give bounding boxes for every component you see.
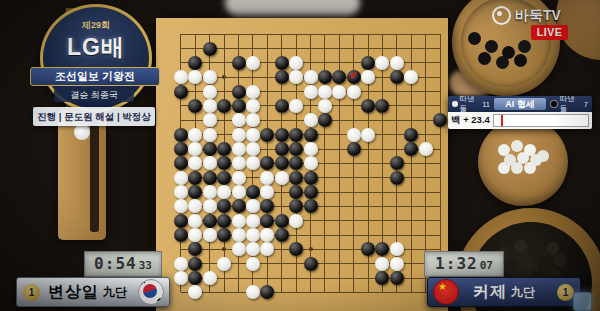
intersection xyxy=(260,41,274,55)
intersection xyxy=(275,199,289,213)
intersection xyxy=(174,41,188,55)
intersection xyxy=(346,142,360,156)
intersection xyxy=(275,99,289,113)
intersection xyxy=(275,185,289,199)
intersection xyxy=(418,41,432,55)
intersection xyxy=(318,27,332,41)
intersection xyxy=(174,113,188,127)
black-stone xyxy=(188,271,202,285)
intersection xyxy=(346,113,360,127)
intersection xyxy=(418,70,432,84)
black-stone xyxy=(217,99,231,113)
intersection xyxy=(418,27,432,41)
intersection xyxy=(275,84,289,98)
intersection xyxy=(375,171,389,185)
intersection xyxy=(188,228,202,242)
intersection xyxy=(260,271,274,285)
intersection xyxy=(246,271,260,285)
intersection xyxy=(303,214,317,228)
white-stone xyxy=(246,99,260,113)
intersection xyxy=(433,84,447,98)
intersection xyxy=(361,70,375,84)
intersection xyxy=(246,70,260,84)
white-stone xyxy=(174,70,188,84)
intersection xyxy=(203,84,217,98)
intersection xyxy=(318,156,332,170)
intersection xyxy=(361,113,375,127)
intersection xyxy=(318,70,332,84)
intersection xyxy=(217,257,231,271)
intersection xyxy=(217,128,231,142)
intersection xyxy=(375,199,389,213)
white-stone xyxy=(203,70,217,84)
intersection xyxy=(289,228,303,242)
white-stone xyxy=(289,99,303,113)
black-stone xyxy=(304,171,318,185)
white-stone xyxy=(304,142,318,156)
intersection xyxy=(260,156,274,170)
black-stone xyxy=(232,85,246,99)
black-stone xyxy=(404,142,418,156)
intersection xyxy=(332,228,346,242)
black-stone xyxy=(188,56,202,70)
intersection xyxy=(332,70,346,84)
black-stone xyxy=(375,99,389,113)
intersection xyxy=(346,242,360,256)
white-stone xyxy=(232,128,246,142)
intersection xyxy=(260,142,274,156)
intersection xyxy=(390,142,404,156)
intersection xyxy=(289,285,303,299)
white-stone xyxy=(246,113,260,127)
intersection xyxy=(246,56,260,70)
intersection xyxy=(332,41,346,55)
intersection xyxy=(217,228,231,242)
intersection xyxy=(433,128,447,142)
intersection xyxy=(404,113,418,127)
left-player-badge: 1 xyxy=(23,284,40,301)
intersection xyxy=(303,70,317,84)
black-stone xyxy=(203,171,217,185)
intersection xyxy=(275,214,289,228)
white-stone xyxy=(174,271,188,285)
white-stone xyxy=(246,142,260,156)
intersection xyxy=(332,171,346,185)
white-stone xyxy=(361,70,375,84)
intersection xyxy=(332,242,346,256)
intersection xyxy=(404,285,418,299)
white-stone xyxy=(246,156,260,170)
intersection xyxy=(289,99,303,113)
white-stone xyxy=(260,228,274,242)
black-stone xyxy=(304,185,318,199)
white-stone xyxy=(289,70,303,84)
intersection xyxy=(303,257,317,271)
intersection xyxy=(260,285,274,299)
white-stone xyxy=(246,242,260,256)
white-stone xyxy=(203,156,217,170)
intersection xyxy=(390,56,404,70)
winrate-bar xyxy=(493,114,589,127)
intersection xyxy=(361,99,375,113)
black-stone xyxy=(188,185,202,199)
intersection xyxy=(361,185,375,199)
black-stone xyxy=(260,128,274,142)
intersection xyxy=(289,257,303,271)
intersection xyxy=(390,228,404,242)
intersection xyxy=(260,56,274,70)
intersection xyxy=(289,242,303,256)
intersection xyxy=(188,56,202,70)
intersection xyxy=(375,113,389,127)
white-stone xyxy=(260,242,274,256)
black-stone xyxy=(260,214,274,228)
intersection xyxy=(188,99,202,113)
intersection xyxy=(433,214,447,228)
right-player-bar: 커제 九단 1 xyxy=(427,277,581,307)
intersection xyxy=(188,185,202,199)
white-stone xyxy=(203,199,217,213)
black-stone xyxy=(332,70,346,84)
intersection xyxy=(289,70,303,84)
intersection xyxy=(404,27,418,41)
white-stone xyxy=(289,214,303,228)
white-stone xyxy=(347,85,361,99)
intersection xyxy=(346,285,360,299)
intersection xyxy=(231,99,245,113)
intersection xyxy=(375,128,389,142)
intersection xyxy=(188,27,202,41)
white-stone xyxy=(217,185,231,199)
white-stone xyxy=(188,228,202,242)
intersection xyxy=(188,142,202,156)
star-point xyxy=(222,75,226,79)
intersection xyxy=(303,185,317,199)
intersection xyxy=(303,271,317,285)
intersection xyxy=(390,128,404,142)
intersection xyxy=(246,257,260,271)
intersection xyxy=(418,99,432,113)
black-stone xyxy=(260,199,274,213)
intersection xyxy=(231,56,245,70)
intersection xyxy=(275,41,289,55)
live-badge: LIVE xyxy=(531,25,568,40)
intersection xyxy=(246,113,260,127)
intersection xyxy=(361,214,375,228)
black-stone xyxy=(375,271,389,285)
intersection xyxy=(390,199,404,213)
intersection xyxy=(260,27,274,41)
white-stone xyxy=(174,199,188,213)
intersection xyxy=(303,228,317,242)
intersection xyxy=(260,99,274,113)
intersection xyxy=(289,199,303,213)
intersection xyxy=(275,56,289,70)
captures-left-count: 11 xyxy=(482,100,490,109)
intersection xyxy=(318,285,332,299)
intersection xyxy=(318,228,332,242)
white-stone xyxy=(375,257,389,271)
intersection xyxy=(375,228,389,242)
tournament-edition: 제29회 xyxy=(43,19,149,32)
white-stone xyxy=(260,185,274,199)
intersection xyxy=(275,128,289,142)
intersection xyxy=(346,128,360,142)
intersection xyxy=(203,242,217,256)
intersection xyxy=(318,199,332,213)
black-stone xyxy=(275,142,289,156)
intersection xyxy=(404,84,418,98)
intersection xyxy=(418,142,432,156)
black-stone xyxy=(232,99,246,113)
white-stone xyxy=(361,128,375,142)
intersection xyxy=(174,185,188,199)
intersection xyxy=(318,171,332,185)
ai-panel-body: 백 + 23.4 xyxy=(448,112,592,129)
intersection xyxy=(418,156,432,170)
left-player-name: 변상일 xyxy=(48,282,99,303)
intersection xyxy=(318,99,332,113)
intersection xyxy=(174,199,188,213)
black-stone xyxy=(275,56,289,70)
black-stone xyxy=(289,142,303,156)
intersection xyxy=(390,70,404,84)
intersection xyxy=(404,171,418,185)
intersection xyxy=(217,56,231,70)
intersection xyxy=(361,142,375,156)
white-stone xyxy=(304,156,318,170)
intersection xyxy=(375,41,389,55)
black-stone xyxy=(275,70,289,84)
intersection xyxy=(346,228,360,242)
black-stone xyxy=(232,56,246,70)
black-stone xyxy=(404,128,418,142)
intersection xyxy=(318,257,332,271)
white-stone xyxy=(203,85,217,99)
black-stone xyxy=(318,70,332,84)
intersection xyxy=(246,84,260,98)
captures-right: 따낸돌 7 xyxy=(546,96,592,114)
intersection xyxy=(433,185,447,199)
intersection xyxy=(390,242,404,256)
black-stone xyxy=(188,242,202,256)
white-stone-icon xyxy=(452,101,458,107)
intersection xyxy=(203,156,217,170)
intersection xyxy=(318,271,332,285)
black-stone xyxy=(232,199,246,213)
black-stone xyxy=(375,242,389,256)
intersection xyxy=(246,185,260,199)
intersection xyxy=(275,142,289,156)
intersection xyxy=(289,185,303,199)
intersection xyxy=(231,285,245,299)
intersection xyxy=(260,257,274,271)
intersection xyxy=(289,128,303,142)
black-stone xyxy=(217,228,231,242)
white-stone xyxy=(260,171,274,185)
captured-black-stones xyxy=(468,32,481,45)
intersection xyxy=(203,228,217,242)
intersection xyxy=(275,242,289,256)
goban-grid: ✓ xyxy=(174,27,447,300)
left-player-clock: 0:54 33 xyxy=(84,251,162,277)
intersection xyxy=(375,156,389,170)
intersection xyxy=(332,199,346,213)
intersection xyxy=(375,185,389,199)
intersection xyxy=(332,27,346,41)
intersection xyxy=(404,199,418,213)
intersection xyxy=(346,257,360,271)
intersection xyxy=(433,228,447,242)
intersection xyxy=(332,99,346,113)
black-stone xyxy=(390,156,404,170)
intersection xyxy=(174,257,188,271)
white-stone xyxy=(174,185,188,199)
intersection xyxy=(375,285,389,299)
intersection xyxy=(390,84,404,98)
intersection xyxy=(418,128,432,142)
intersection xyxy=(346,185,360,199)
white-stone xyxy=(289,56,303,70)
intersection xyxy=(361,228,375,242)
black-stone xyxy=(289,242,303,256)
white-stone xyxy=(203,113,217,127)
white-stone xyxy=(174,171,188,185)
intersection xyxy=(289,214,303,228)
intersection xyxy=(418,56,432,70)
intersection xyxy=(375,70,389,84)
intersection xyxy=(303,128,317,142)
intersection xyxy=(174,271,188,285)
intersection xyxy=(275,113,289,127)
intersection xyxy=(375,271,389,285)
white-stone xyxy=(232,185,246,199)
winrate-marker xyxy=(501,115,503,126)
intersection xyxy=(260,84,274,98)
black-stone xyxy=(174,142,188,156)
intersection xyxy=(332,257,346,271)
intersection xyxy=(318,41,332,55)
intersection xyxy=(260,242,274,256)
intersection xyxy=(174,70,188,84)
white-stone xyxy=(390,257,404,271)
white-stone xyxy=(419,142,433,156)
intersection xyxy=(246,242,260,256)
intersection xyxy=(275,257,289,271)
intersection xyxy=(289,156,303,170)
intersection xyxy=(231,128,245,142)
white-stone xyxy=(246,85,260,99)
intersection xyxy=(318,185,332,199)
intersection xyxy=(231,142,245,156)
black-stone xyxy=(174,128,188,142)
ai-analysis-panel: 따낸돌 11 AI 형세 따낸돌 7 백 + 23.4 xyxy=(448,96,592,129)
intersection xyxy=(390,27,404,41)
white-stone xyxy=(246,257,260,271)
intersection xyxy=(188,70,202,84)
white-stone xyxy=(232,171,246,185)
intersection xyxy=(275,27,289,41)
intersection xyxy=(375,56,389,70)
intersection xyxy=(346,171,360,185)
intersection xyxy=(174,128,188,142)
intersection xyxy=(404,156,418,170)
white-stone xyxy=(246,285,260,299)
intersection xyxy=(246,142,260,156)
intersection xyxy=(188,257,202,271)
intersection xyxy=(231,70,245,84)
white-stone xyxy=(203,185,217,199)
intersection xyxy=(375,84,389,98)
intersection xyxy=(346,199,360,213)
white-stone xyxy=(203,271,217,285)
black-stone-icon xyxy=(550,100,558,108)
left-clock-seconds: 33 xyxy=(139,259,152,272)
intersection xyxy=(217,27,231,41)
intersection xyxy=(289,171,303,185)
white-stone xyxy=(217,257,231,271)
intersection xyxy=(203,99,217,113)
intersection xyxy=(318,142,332,156)
intersection xyxy=(390,171,404,185)
intersection xyxy=(418,113,432,127)
intersection xyxy=(188,242,202,256)
intersection xyxy=(433,156,447,170)
black-stone xyxy=(217,156,231,170)
intersection xyxy=(289,84,303,98)
white-stone xyxy=(347,128,361,142)
white-stone xyxy=(188,70,202,84)
intersection xyxy=(418,171,432,185)
black-stone xyxy=(361,242,375,256)
intersection xyxy=(246,199,260,213)
intersection xyxy=(433,27,447,41)
intersection xyxy=(346,99,360,113)
intersection xyxy=(361,257,375,271)
white-stone xyxy=(332,85,346,99)
intersection xyxy=(203,214,217,228)
white-stone xyxy=(203,128,217,142)
intersection xyxy=(332,84,346,98)
white-stone xyxy=(404,70,418,84)
intersection xyxy=(332,128,346,142)
black-stone xyxy=(347,142,361,156)
taeguk-symbol xyxy=(143,284,157,298)
intersection xyxy=(217,99,231,113)
intersection xyxy=(217,242,231,256)
tournament-stage: 결승 최종국 xyxy=(54,89,134,102)
white-stone xyxy=(275,171,289,185)
intersection xyxy=(390,214,404,228)
intersection xyxy=(231,257,245,271)
intersection xyxy=(217,214,231,228)
intersection xyxy=(246,171,260,185)
black-stone xyxy=(289,128,303,142)
white-stone xyxy=(188,156,202,170)
intersection xyxy=(275,228,289,242)
black-stone xyxy=(217,214,231,228)
black-stone xyxy=(289,185,303,199)
tournament-subtitle: 조선일보 기왕전 xyxy=(30,67,160,86)
intersection xyxy=(246,214,260,228)
intersection xyxy=(318,214,332,228)
intersection xyxy=(231,271,245,285)
intersection xyxy=(260,171,274,185)
tournament-badge: 제29회 LG배 조선일보 기왕전 결승 최종국 xyxy=(30,4,158,104)
intersection xyxy=(404,185,418,199)
intersection xyxy=(203,70,217,84)
intersection xyxy=(433,171,447,185)
